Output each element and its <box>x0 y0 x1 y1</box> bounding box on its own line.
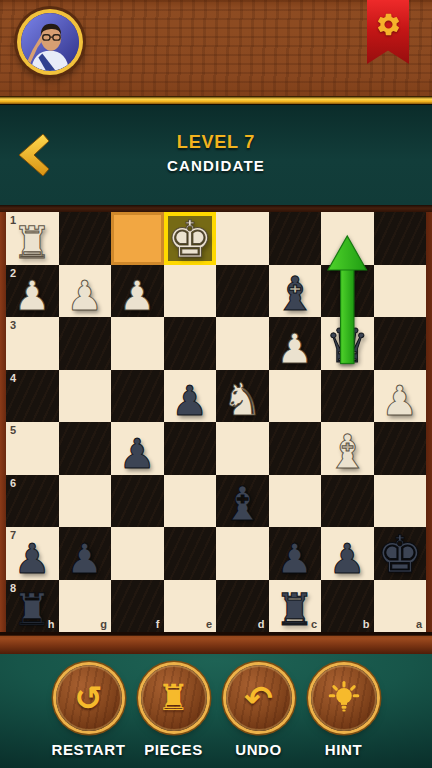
square-g2[interactable]: ♟ <box>59 265 112 318</box>
square-g1[interactable] <box>59 212 112 265</box>
square-e4[interactable]: ♟ <box>164 370 217 423</box>
square-c4[interactable] <box>269 370 322 423</box>
square-c1[interactable] <box>269 212 322 265</box>
square-c2[interactable]: ♝ <box>269 265 322 318</box>
rank-label-4: 4 <box>10 373 16 384</box>
square-h3[interactable]: 3 <box>6 317 59 370</box>
piece-white-pawn-c3[interactable]: ♟ <box>269 329 322 370</box>
square-e2[interactable] <box>164 265 217 318</box>
square-d8[interactable]: d <box>216 580 269 633</box>
piece-white-pawn-a4[interactable]: ♟ <box>374 381 427 422</box>
square-h5[interactable]: 5 <box>6 422 59 475</box>
square-c6[interactable] <box>269 475 322 528</box>
square-e5[interactable] <box>164 422 217 475</box>
avatar[interactable] <box>21 13 79 71</box>
square-h7[interactable]: 7♟ <box>6 527 59 580</box>
piece-white-pawn-h2[interactable]: ♟ <box>6 276 59 317</box>
action-bar: ↺ RESTART ♜ PIECES ↶ UNDO <box>0 654 432 768</box>
file-label-d: d <box>258 619 265 630</box>
rank-label-2: 2 <box>10 268 16 279</box>
piece-white-pawn-g2[interactable]: ♟ <box>59 276 112 317</box>
rank-label-8: 8 <box>10 583 16 594</box>
square-f6[interactable] <box>111 475 164 528</box>
undo-button[interactable]: ↶ UNDO <box>226 665 292 768</box>
square-a2[interactable] <box>374 265 427 318</box>
square-f2[interactable]: ♟ <box>111 265 164 318</box>
square-c7[interactable]: ♟ <box>269 527 322 580</box>
rank-label-6: 6 <box>10 478 16 489</box>
square-f4[interactable] <box>111 370 164 423</box>
piece-white-knight-d4[interactable]: ♞ <box>216 377 269 422</box>
pieces-label: PIECES <box>144 741 203 758</box>
piece-black-pawn-f5[interactable]: ♟ <box>111 434 164 475</box>
square-e3[interactable] <box>164 317 217 370</box>
square-e1[interactable]: ♚ <box>164 212 217 265</box>
top-bar <box>0 0 432 105</box>
square-d3[interactable] <box>216 317 269 370</box>
square-b8[interactable]: b <box>321 580 374 633</box>
piece-white-bishop-b5[interactable]: ♝ <box>321 428 374 475</box>
square-f1[interactable] <box>111 212 164 265</box>
piece-black-queen-b3[interactable]: ♛ <box>321 321 374 370</box>
file-label-f: f <box>156 619 160 630</box>
square-e6[interactable] <box>164 475 217 528</box>
piece-black-pawn-e4[interactable]: ♟ <box>164 381 217 422</box>
board-frame-bottom <box>0 632 432 654</box>
rank-label-7: 7 <box>10 530 16 541</box>
square-h8[interactable]: 8h♜ <box>6 580 59 633</box>
square-c5[interactable] <box>269 422 322 475</box>
piece-black-pawn-g7[interactable]: ♟ <box>59 539 112 580</box>
square-d5[interactable] <box>216 422 269 475</box>
square-f3[interactable] <box>111 317 164 370</box>
undo-label: UNDO <box>235 741 282 758</box>
file-label-b: b <box>363 619 370 630</box>
pieces-button[interactable]: ♜ PIECES <box>141 665 207 768</box>
piece-black-bishop-c2[interactable]: ♝ <box>269 270 322 317</box>
square-f7[interactable] <box>111 527 164 580</box>
gear-icon <box>375 11 402 38</box>
board-squares: 1♜♚2♟♟♟♝3♟♛4♟♞♟5♟♝6♝7♟♟♟♟♚8h♜gfedc♜ba <box>6 212 426 632</box>
restart-label: RESTART <box>52 741 126 758</box>
restart-button[interactable]: ↺ RESTART <box>56 665 122 768</box>
file-label-c: c <box>311 619 317 630</box>
app-screen: LEVEL 7 CANDIDATE 1♜♚2♟♟♟♝3♟♛4♟♞♟5♟♝6♝7♟… <box>0 0 432 768</box>
square-a7[interactable]: ♚ <box>374 527 427 580</box>
square-b7[interactable]: ♟ <box>321 527 374 580</box>
square-a1[interactable] <box>374 212 427 265</box>
file-label-g: g <box>100 619 107 630</box>
square-b6[interactable] <box>321 475 374 528</box>
file-label-h: h <box>48 619 55 630</box>
square-g4[interactable] <box>59 370 112 423</box>
level-label: LEVEL 7 <box>0 132 432 153</box>
square-b4[interactable] <box>321 370 374 423</box>
square-d6[interactable]: ♝ <box>216 475 269 528</box>
square-g7[interactable]: ♟ <box>59 527 112 580</box>
square-g8[interactable]: g <box>59 580 112 633</box>
level-header: LEVEL 7 CANDIDATE <box>0 105 432 205</box>
rook-piece-icon: ♜ <box>157 680 189 716</box>
square-f8[interactable]: f <box>111 580 164 633</box>
square-h1[interactable]: 1♜ <box>6 212 59 265</box>
level-name: CANDIDATE <box>0 157 432 174</box>
square-a3[interactable] <box>374 317 427 370</box>
square-d2[interactable] <box>216 265 269 318</box>
rank-label-3: 3 <box>10 320 16 331</box>
player-portrait-icon <box>21 13 79 71</box>
square-a6[interactable] <box>374 475 427 528</box>
undo-circle[interactable]: ↶ <box>226 665 292 731</box>
square-b2[interactable] <box>321 265 374 318</box>
square-a5[interactable] <box>374 422 427 475</box>
piece-black-king-a7[interactable]: ♚ <box>374 529 427 580</box>
square-a4[interactable]: ♟ <box>374 370 427 423</box>
board-frame-top <box>0 205 432 212</box>
square-c8[interactable]: c♜ <box>269 580 322 633</box>
square-d1[interactable] <box>216 212 269 265</box>
square-d7[interactable] <box>216 527 269 580</box>
hint-button[interactable]: HINT <box>311 665 377 768</box>
restart-circular-arrow-icon: ↺ <box>74 681 103 715</box>
piece-black-bishop-d6[interactable]: ♝ <box>216 480 269 527</box>
restart-circle[interactable]: ↺ <box>56 665 122 731</box>
gold-trim <box>0 96 432 105</box>
pieces-circle[interactable]: ♜ <box>141 665 207 731</box>
undo-curved-arrow-icon: ↶ <box>244 681 273 715</box>
square-e8[interactable]: e <box>164 580 217 633</box>
hint-label: HINT <box>325 741 362 758</box>
piece-black-pawn-c7[interactable]: ♟ <box>269 539 322 580</box>
square-c3[interactable]: ♟ <box>269 317 322 370</box>
chess-board: 1♜♚2♟♟♟♝3♟♛4♟♞♟5♟♝6♝7♟♟♟♟♚8h♜gfedc♜ba <box>0 205 432 654</box>
square-d4[interactable]: ♞ <box>216 370 269 423</box>
piece-white-rook-h1[interactable]: ♜ <box>6 221 59 265</box>
square-h2[interactable]: 2♟ <box>6 265 59 318</box>
rank-label-1: 1 <box>10 215 16 226</box>
square-b3[interactable]: ♛ <box>321 317 374 370</box>
square-g6[interactable] <box>59 475 112 528</box>
square-e7[interactable] <box>164 527 217 580</box>
piece-black-pawn-h7[interactable]: ♟ <box>6 539 59 580</box>
hint-circle[interactable] <box>311 665 377 731</box>
lightbulb-icon <box>326 680 362 716</box>
file-label-e: e <box>206 619 212 630</box>
square-b1[interactable] <box>321 212 374 265</box>
settings-ribbon[interactable] <box>367 0 409 64</box>
piece-black-pawn-b7[interactable]: ♟ <box>321 539 374 580</box>
file-label-a: a <box>416 619 422 630</box>
square-h6[interactable]: 6 <box>6 475 59 528</box>
square-a8[interactable]: a <box>374 580 427 633</box>
square-g3[interactable] <box>59 317 112 370</box>
square-b5[interactable]: ♝ <box>321 422 374 475</box>
board-frame-right <box>426 212 432 632</box>
rank-label-5: 5 <box>10 425 16 436</box>
piece-white-pawn-f2[interactable]: ♟ <box>111 276 164 317</box>
piece-white-king-e1[interactable]: ♚ <box>164 214 217 265</box>
square-g5[interactable] <box>59 422 112 475</box>
square-f5[interactable]: ♟ <box>111 422 164 475</box>
square-h4[interactable]: 4 <box>6 370 59 423</box>
